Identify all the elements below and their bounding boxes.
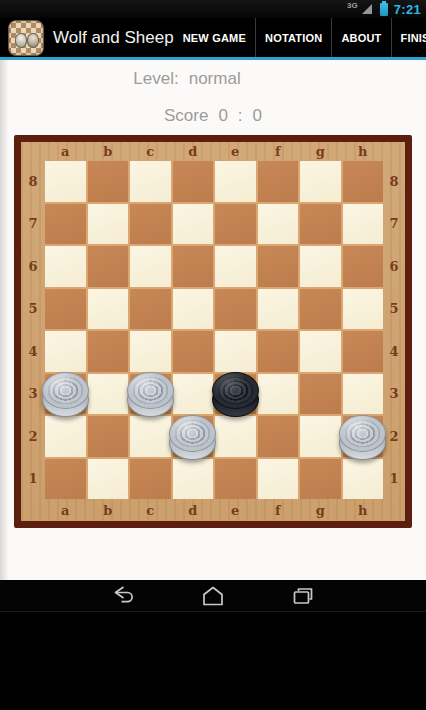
piece-white-h2[interactable] [339, 415, 386, 460]
square-a1[interactable] [45, 459, 86, 500]
square-d4[interactable] [173, 331, 214, 372]
board-frame: abcdefgh 87654321 87654321 abcdefgh [21, 142, 405, 521]
square-h4[interactable] [343, 331, 384, 372]
file-label-d: d [173, 499, 214, 521]
square-g5[interactable] [300, 289, 341, 330]
game-board: abcdefgh 87654321 87654321 abcdefgh [14, 135, 412, 528]
square-a4[interactable] [45, 331, 86, 372]
rank-label-2: 2 [383, 416, 405, 457]
piece-white-c3[interactable] [127, 372, 174, 417]
square-f4[interactable] [258, 331, 299, 372]
status-clock: 7:21 [394, 2, 421, 17]
file-label-a: a [45, 499, 86, 521]
action-bar: Wolf and Sheep NEW GAME NOTATION ABOUT F… [0, 18, 426, 57]
battery-icon [380, 3, 388, 16]
rank-labels-left: 87654321 [21, 161, 45, 499]
square-g2[interactable] [300, 416, 341, 457]
file-label-h: h [343, 499, 384, 521]
piece-black-e3[interactable] [212, 372, 259, 417]
square-c4[interactable] [130, 331, 171, 372]
file-label-h: h [343, 142, 384, 161]
action-bar-menu: NEW GAME NOTATION ABOUT FINISH [174, 18, 426, 57]
square-f6[interactable] [258, 246, 299, 287]
rank-label-3: 3 [383, 374, 405, 415]
square-e6[interactable] [215, 246, 256, 287]
square-e8[interactable] [215, 161, 256, 202]
square-a8[interactable] [45, 161, 86, 202]
square-f7[interactable] [258, 204, 299, 245]
level-label: Level: [133, 69, 178, 88]
square-b7[interactable] [88, 204, 129, 245]
file-labels-bottom: abcdefgh [45, 499, 383, 521]
square-c2[interactable] [130, 416, 171, 457]
file-label-d: d [173, 142, 214, 161]
file-label-c: c [130, 142, 171, 161]
square-b8[interactable] [88, 161, 129, 202]
rank-label-6: 6 [383, 246, 405, 287]
square-f3[interactable] [258, 374, 299, 415]
back-icon[interactable] [111, 584, 138, 607]
menu-item-notation[interactable]: NOTATION [255, 18, 331, 57]
square-d7[interactable] [173, 204, 214, 245]
square-e4[interactable] [215, 331, 256, 372]
square-a7[interactable] [45, 204, 86, 245]
rank-label-4: 4 [21, 331, 45, 372]
square-g8[interactable] [300, 161, 341, 202]
square-h5[interactable] [343, 289, 384, 330]
file-label-b: b [88, 142, 129, 161]
square-d5[interactable] [173, 289, 214, 330]
rank-label-1: 1 [21, 459, 45, 500]
square-e1[interactable] [215, 459, 256, 500]
square-h6[interactable] [343, 246, 384, 287]
square-b6[interactable] [88, 246, 129, 287]
square-c6[interactable] [130, 246, 171, 287]
square-f1[interactable] [258, 459, 299, 500]
app-icon [8, 20, 44, 56]
square-f5[interactable] [258, 289, 299, 330]
score-colon: : [238, 106, 243, 125]
square-g6[interactable] [300, 246, 341, 287]
square-g3[interactable] [300, 374, 341, 415]
file-label-f: f [258, 499, 299, 521]
recents-icon[interactable] [289, 584, 316, 607]
level-text: Level:normal [0, 69, 400, 89]
score-text: Score0:0 [0, 106, 426, 126]
file-label-e: e [215, 499, 256, 521]
square-e7[interactable] [215, 204, 256, 245]
rank-label-7: 7 [21, 204, 45, 245]
square-c1[interactable] [130, 459, 171, 500]
menu-item-about[interactable]: ABOUT [331, 18, 390, 57]
file-label-a: a [45, 142, 86, 161]
file-label-g: g [300, 142, 341, 161]
square-h3[interactable] [343, 374, 384, 415]
square-b2[interactable] [88, 416, 129, 457]
score-label: Score [164, 106, 208, 125]
square-d3[interactable] [173, 374, 214, 415]
square-f2[interactable] [258, 416, 299, 457]
status-bar: 3G 7:21 [0, 0, 426, 18]
square-b3[interactable] [88, 374, 129, 415]
square-d8[interactable] [173, 161, 214, 202]
navigation-bar [0, 580, 426, 612]
rank-label-1: 1 [383, 459, 405, 500]
square-d6[interactable] [173, 246, 214, 287]
square-g1[interactable] [300, 459, 341, 500]
score-right: 0 [253, 106, 262, 125]
file-label-c: c [130, 499, 171, 521]
file-label-b: b [88, 499, 129, 521]
rank-label-7: 7 [383, 204, 405, 245]
square-c5[interactable] [130, 289, 171, 330]
app-title: Wolf and Sheep [53, 28, 174, 48]
square-b5[interactable] [88, 289, 129, 330]
square-e5[interactable] [215, 289, 256, 330]
screen: 3G 7:21 Wolf and Sheep NEW GAME NOTATION… [0, 0, 426, 710]
square-e2[interactable] [215, 416, 256, 457]
rank-label-5: 5 [21, 289, 45, 330]
square-g7[interactable] [300, 204, 341, 245]
square-g4[interactable] [300, 331, 341, 372]
square-a6[interactable] [45, 246, 86, 287]
rank-label-8: 8 [21, 161, 45, 202]
rank-labels-right: 87654321 [383, 161, 405, 499]
rank-label-2: 2 [21, 416, 45, 457]
content-area: Level:normal Score0:0 abcdefgh 87654321 … [0, 60, 426, 580]
square-d1[interactable] [173, 459, 214, 500]
home-icon[interactable] [200, 584, 227, 607]
signal-strength-icon [362, 4, 372, 14]
file-label-g: g [300, 499, 341, 521]
menu-item-finish[interactable]: FINISH [391, 18, 426, 57]
file-label-e: e [215, 142, 256, 161]
square-h1[interactable] [343, 459, 384, 500]
square-a2[interactable] [45, 416, 86, 457]
rank-label-8: 8 [383, 161, 405, 202]
file-label-f: f [258, 142, 299, 161]
square-h7[interactable] [343, 204, 384, 245]
square-f8[interactable] [258, 161, 299, 202]
rank-label-6: 6 [21, 246, 45, 287]
square-a5[interactable] [45, 289, 86, 330]
square-b4[interactable] [88, 331, 129, 372]
rank-label-4: 4 [383, 331, 405, 372]
piece-white-d2[interactable] [169, 415, 216, 460]
rank-label-5: 5 [383, 289, 405, 330]
menu-item-new-game[interactable]: NEW GAME [174, 18, 255, 57]
network-type-label: 3G [347, 2, 358, 10]
score-left: 0 [218, 106, 227, 125]
square-c8[interactable] [130, 161, 171, 202]
bottom-black-area [0, 613, 426, 710]
piece-white-a3[interactable] [42, 372, 89, 417]
file-labels-top: abcdefgh [45, 142, 383, 161]
square-c7[interactable] [130, 204, 171, 245]
square-h8[interactable] [343, 161, 384, 202]
level-value: normal [189, 69, 241, 88]
square-b1[interactable] [88, 459, 129, 500]
